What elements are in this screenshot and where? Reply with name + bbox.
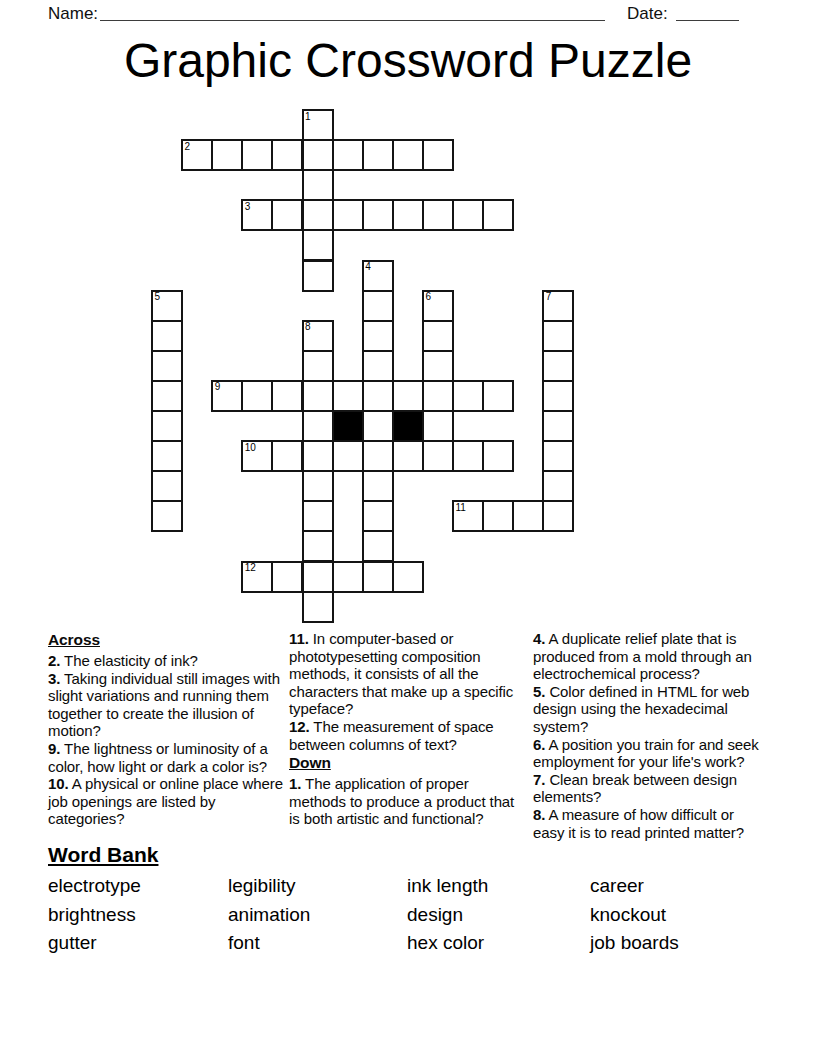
grid-cell[interactable] [271,199,303,231]
word-bank-word: hex color [407,929,488,958]
crossword-grid: 123456789101112 [151,109,575,624]
name-label: Name: [48,4,98,24]
grid-cell[interactable] [542,470,574,502]
cell-number: 7 [546,292,552,302]
grid-cell[interactable] [392,380,424,412]
cell-number: 1 [305,112,311,122]
clue-number-label: 12. [289,718,310,735]
grid-cell[interactable] [302,169,334,201]
clue: 9. The lightness or luminosity of a colo… [48,740,288,775]
grid-cell[interactable] [392,561,424,593]
grid-cell[interactable] [542,380,574,412]
word-bank-heading: Word Bank [48,843,158,867]
grid-cell[interactable] [302,350,334,382]
clue-number-label: 5. [533,683,545,700]
grid-cell[interactable] [151,500,183,532]
grid-cell[interactable] [422,350,454,382]
name-line[interactable] [100,20,605,22]
grid-cell[interactable] [482,380,514,412]
cell-number: 8 [305,322,311,332]
grid-cell[interactable] [302,410,334,442]
grid-cell[interactable] [332,380,364,412]
clue-section-heading: Across [48,631,288,649]
grid-cell[interactable] [392,139,424,171]
grid-cell[interactable] [271,139,303,171]
clue-number-label: 11. [289,630,309,647]
grid-cell[interactable] [362,500,394,532]
grid-cell[interactable] [332,199,364,231]
grid-cell[interactable] [302,260,334,292]
grid-cell[interactable] [151,410,183,442]
grid-cell[interactable] [452,199,484,231]
word-bank-word: job boards [590,929,679,958]
grid-cell[interactable] [362,199,394,231]
grid-cell[interactable] [271,380,303,412]
clue: 10. A physical or online place where job… [48,775,288,828]
grid-cell[interactable] [422,410,454,442]
grid-cell[interactable] [151,320,183,352]
clue: 3. Taking individual still images with s… [48,670,288,740]
grid-cell[interactable] [151,470,183,502]
grid-cell[interactable] [452,380,484,412]
grid-cell[interactable] [362,470,394,502]
grid-cell[interactable] [542,440,574,472]
clue: 2. The elasticity of ink? [48,652,288,670]
clue-number-label: 9. [48,740,60,757]
grid-cell[interactable] [392,199,424,231]
clue-section-heading: Down [289,754,517,772]
grid-cell[interactable] [542,500,574,532]
grid-cell[interactable] [362,410,394,442]
grid-cell[interactable] [362,440,394,472]
grid-cell[interactable] [241,139,273,171]
word-bank-word: animation [228,901,310,930]
grid-cell[interactable] [542,320,574,352]
grid-cell[interactable] [362,139,394,171]
clues-column-2: 11. In computer-based or phototypesettin… [289,630,517,828]
grid-cell[interactable] [151,350,183,382]
clues-column-3: 4. A duplicate relief plate that is prod… [533,630,765,841]
grid-cell[interactable] [542,410,574,442]
word-bank-column: legibilityanimationfont [228,872,310,958]
grid-cell[interactable] [422,199,454,231]
word-bank-column: electrotypebrightnessgutter [48,872,141,958]
word-bank-word: brightness [48,901,141,930]
clue: 12. The measurement of space between col… [289,718,517,753]
clue: 11. In computer-based or phototypesettin… [289,630,517,718]
cell-number: 9 [215,382,221,392]
grid-cell[interactable] [422,440,454,472]
clue: 6. A position you train for and seek emp… [533,736,765,771]
grid-cell[interactable] [512,500,544,532]
word-bank-word: knockout [590,901,679,930]
word-bank-word: ink length [407,872,488,901]
grid-cell[interactable] [482,199,514,231]
black-cell [392,410,424,442]
grid-cell[interactable] [422,320,454,352]
clue: 1. The application of proper methods to … [289,775,517,828]
grid-cell[interactable] [151,440,183,472]
cell-number: 11 [456,503,466,513]
worksheet-page: { "header": { "name_label": "Name:", "da… [0,0,816,1056]
clue-number-label: 8. [533,806,545,823]
grid-cell[interactable] [452,440,484,472]
grid-cell[interactable] [422,139,454,171]
grid-cell[interactable] [302,380,334,412]
word-bank-column: ink lengthdesignhex color [407,872,488,958]
grid-cell[interactable] [332,139,364,171]
grid-cell[interactable] [302,591,334,623]
grid-cell[interactable] [241,380,273,412]
grid-cell[interactable] [392,440,424,472]
grid-cell[interactable] [362,380,394,412]
clue-number-label: 10. [48,775,69,792]
black-cell [332,410,364,442]
grid-cell[interactable] [302,229,334,261]
word-bank-word: electrotype [48,872,141,901]
cell-number: 5 [155,292,161,302]
grid-cell[interactable] [362,530,394,562]
grid-cell[interactable] [302,561,334,593]
date-line[interactable] [676,20,739,22]
clue-number-label: 6. [533,736,545,753]
word-bank-word: legibility [228,872,310,901]
grid-cell[interactable] [151,380,183,412]
clue: 4. A duplicate relief plate that is prod… [533,630,765,683]
grid-cell[interactable] [332,561,364,593]
grid-cell[interactable] [362,561,394,593]
grid-cell[interactable] [422,380,454,412]
page-title: Graphic Crossword Puzzle [0,33,816,88]
grid-cell[interactable] [211,139,243,171]
grid-cell[interactable] [482,500,514,532]
word-bank-word: gutter [48,929,141,958]
grid-cell[interactable] [302,530,334,562]
clue: 5. Color defined in HTML for web design … [533,683,765,736]
cell-number: 12 [245,563,256,573]
grid-cell[interactable] [302,470,334,502]
word-bank-word: design [407,901,488,930]
clue-number-label: 4. [533,630,545,647]
word-bank-word: font [228,929,310,958]
clue-number-label: 2. [48,652,60,669]
cell-number: 4 [365,262,371,272]
grid-cell[interactable] [271,440,303,472]
grid-cell[interactable] [332,440,364,472]
grid-cell[interactable] [302,440,334,472]
grid-cell[interactable] [302,199,334,231]
grid-cell[interactable] [542,350,574,382]
clue: 8. A measure of how difficult or easy it… [533,806,765,841]
cell-number: 10 [245,443,256,453]
cell-number: 3 [245,202,251,212]
cell-number: 6 [425,292,431,302]
clue-number-label: 3. [48,670,60,687]
grid-cell[interactable] [482,440,514,472]
grid-cell[interactable] [302,500,334,532]
grid-cell[interactable] [271,561,303,593]
word-bank-column: careerknockoutjob boards [590,872,679,958]
grid-cell[interactable] [362,290,394,322]
word-bank-word: career [590,872,679,901]
grid-cell[interactable] [362,350,394,382]
clues-column-1: Across2. The elasticity of ink?3. Taking… [48,630,288,828]
date-label: Date: [627,4,668,24]
clue: 7. Clean break between design elements? [533,771,765,806]
grid-cell[interactable] [302,139,334,171]
clue-number-label: 7. [533,771,545,788]
grid-cell[interactable] [362,320,394,352]
cell-number: 2 [185,142,191,152]
clue-number-label: 1. [289,775,301,792]
